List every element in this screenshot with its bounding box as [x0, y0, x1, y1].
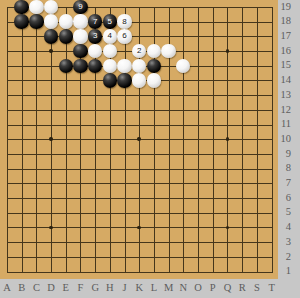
black-stone-B18 — [14, 14, 28, 28]
white-stone-M16 — [161, 44, 175, 58]
black-stone-D17 — [44, 29, 58, 43]
hoshi-point-Q4 — [226, 226, 229, 229]
black-stone-F15 — [73, 59, 87, 73]
black-stone-B19 — [14, 0, 28, 14]
hoshi-point-D10 — [49, 137, 52, 140]
go-board[interactable]: 97583462 — [0, 0, 278, 279]
column-label-R: R — [235, 279, 250, 296]
row-label-8: 8 — [272, 161, 291, 176]
hoshi-point-D16 — [49, 49, 52, 52]
column-label-J: J — [117, 279, 132, 296]
white-stone-N15 — [176, 59, 190, 73]
column-label-T: T — [264, 279, 279, 296]
black-stone-H14 — [103, 73, 117, 87]
black-stone-E15 — [59, 59, 73, 73]
row-label-10: 10 — [272, 132, 291, 147]
row-label-14: 14 — [272, 73, 291, 88]
white-stone-F18 — [73, 14, 87, 28]
white-stone-G16 — [88, 44, 102, 58]
row-label-9: 9 — [272, 147, 291, 162]
white-stone-H15 — [103, 59, 117, 73]
white-stone-L16 — [147, 44, 161, 58]
column-label-D: D — [44, 279, 59, 296]
row-label-18: 18 — [272, 14, 291, 29]
black-stone-G15 — [88, 59, 102, 73]
row-label-17: 17 — [272, 29, 291, 44]
white-stone-H17: 4 — [103, 29, 117, 43]
move-number: 5 — [108, 18, 112, 26]
row-label-1: 1 — [272, 264, 291, 279]
white-stone-K16: 2 — [132, 44, 146, 58]
move-number: 2 — [137, 47, 141, 55]
move-number: 7 — [93, 18, 97, 26]
white-stone-J17: 6 — [117, 29, 131, 43]
go-diagram-page: 97583462 ABCDEFGHJKLMNOPQRST191817161514… — [0, 0, 300, 298]
white-stone-J15 — [117, 59, 131, 73]
hoshi-point-K4 — [137, 226, 140, 229]
hoshi-point-D4 — [49, 226, 52, 229]
hoshi-point-Q16 — [226, 49, 229, 52]
column-label-O: O — [191, 279, 206, 296]
column-label-N: N — [176, 279, 191, 296]
column-label-B: B — [14, 279, 29, 296]
row-label-12: 12 — [272, 103, 291, 118]
white-stone-C19 — [29, 0, 43, 14]
black-stone-C18 — [29, 14, 43, 28]
row-label-7: 7 — [272, 176, 291, 191]
column-label-H: H — [103, 279, 118, 296]
board-grid: 97583462 — [0, 0, 279, 279]
row-label-19: 19 — [272, 0, 291, 14]
row-label-4: 4 — [272, 220, 291, 235]
white-stone-F17 — [73, 29, 87, 43]
white-stone-D18 — [44, 14, 58, 28]
row-label-11: 11 — [272, 117, 291, 132]
column-label-F: F — [73, 279, 88, 296]
white-stone-E18 — [59, 14, 73, 28]
move-number: 4 — [108, 32, 112, 40]
row-label-6: 6 — [272, 191, 291, 206]
black-stone-J14 — [117, 73, 131, 87]
column-label-C: C — [29, 279, 44, 296]
move-number: 8 — [122, 18, 126, 26]
move-number: 6 — [122, 32, 126, 40]
white-stone-K15 — [132, 59, 146, 73]
column-label-K: K — [132, 279, 147, 296]
white-stone-H16 — [103, 44, 117, 58]
white-stone-D19 — [44, 0, 58, 14]
black-stone-H18: 5 — [103, 14, 117, 28]
column-label-A: A — [0, 279, 14, 296]
hoshi-point-Q10 — [226, 137, 229, 140]
white-stone-L14 — [147, 73, 161, 87]
white-stone-K14 — [132, 73, 146, 87]
column-label-E: E — [58, 279, 73, 296]
row-label-13: 13 — [272, 88, 291, 103]
column-label-S: S — [250, 279, 265, 296]
hoshi-point-K10 — [137, 137, 140, 140]
row-label-3: 3 — [272, 235, 291, 250]
black-stone-G18: 7 — [88, 14, 102, 28]
row-label-5: 5 — [272, 205, 291, 220]
row-label-16: 16 — [272, 44, 291, 59]
column-label-G: G — [88, 279, 103, 296]
column-label-L: L — [147, 279, 162, 296]
black-stone-F19: 9 — [73, 0, 87, 14]
white-stone-J18: 8 — [117, 14, 131, 28]
move-number: 9 — [78, 3, 82, 11]
black-stone-L15 — [147, 59, 161, 73]
row-label-15: 15 — [272, 58, 291, 73]
column-label-Q: Q — [220, 279, 235, 296]
move-number: 3 — [93, 32, 97, 40]
black-stone-F16 — [73, 44, 87, 58]
row-label-2: 2 — [272, 250, 291, 265]
black-stone-E17 — [59, 29, 73, 43]
column-label-P: P — [205, 279, 220, 296]
black-stone-G17: 3 — [88, 29, 102, 43]
column-label-M: M — [161, 279, 176, 296]
